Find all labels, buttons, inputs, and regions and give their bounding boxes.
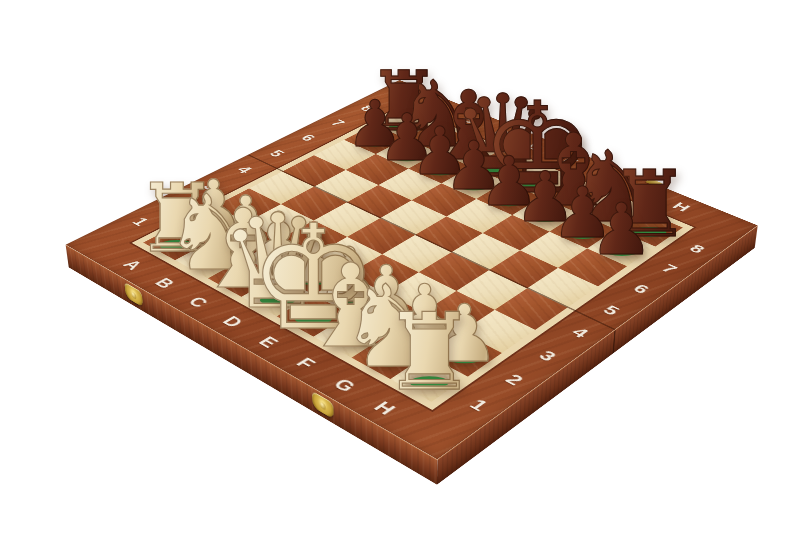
chess-set-photo: AABBCCDDEEFFGGHH1122334455667788 ♜♞♝♛♚♝♞… (0, 0, 800, 533)
piece-black-pawn-h7[interactable]: ♟ (590, 195, 654, 266)
piece-white-rook-h1[interactable]: ♜ (381, 299, 476, 405)
pieces-layer: ♜♞♝♛♚♝♞♜♟♟♟♟♟♟♟♟♟♟♟♟♟♟♟♟♜♞♝♛♚♝♞♜ (0, 0, 800, 533)
